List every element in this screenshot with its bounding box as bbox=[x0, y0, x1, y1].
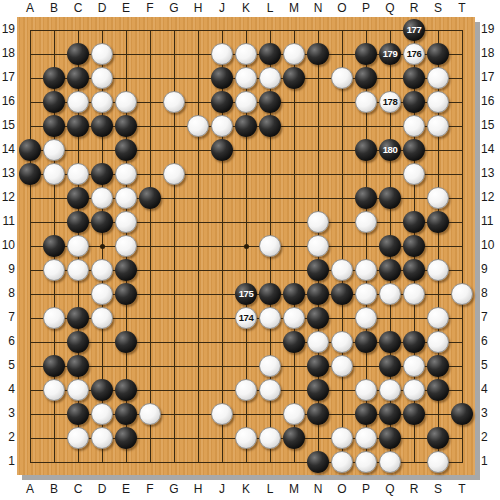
black-stone-P6 bbox=[355, 331, 377, 353]
black-stone-M17 bbox=[283, 67, 305, 89]
black-stone-Q12 bbox=[379, 187, 401, 209]
black-stone-T3 bbox=[451, 403, 473, 425]
black-stone-B15 bbox=[43, 115, 65, 137]
white-stone-K4 bbox=[235, 379, 257, 401]
white-stone-D18 bbox=[91, 43, 113, 65]
coord-label-col-O: O bbox=[330, 482, 354, 497]
white-stone-P1 bbox=[355, 451, 377, 473]
white-stone-P7 bbox=[355, 307, 377, 329]
black-stone-J14 bbox=[211, 139, 233, 161]
white-stone-E12 bbox=[115, 187, 137, 209]
white-stone-P8 bbox=[355, 283, 377, 305]
coord-label-col-L: L bbox=[258, 482, 282, 497]
coord-label-row-10-left: 10 bbox=[0, 238, 15, 253]
white-stone-K18 bbox=[235, 43, 257, 65]
black-stone-J16 bbox=[211, 91, 233, 113]
coord-label-col-A: A bbox=[18, 1, 42, 16]
coord-label-row-5-left: 5 bbox=[0, 358, 15, 373]
white-stone-B13 bbox=[43, 163, 65, 185]
coord-label-row-7-right: 7 bbox=[481, 310, 500, 325]
white-stone-P11 bbox=[355, 211, 377, 233]
go-board[interactable]: 177179176178180175174 bbox=[17, 17, 475, 475]
white-stone-S15 bbox=[427, 115, 449, 137]
white-stone-O9 bbox=[331, 259, 353, 281]
white-stone-K2 bbox=[235, 427, 257, 449]
white-stone-N10 bbox=[307, 235, 329, 257]
white-stone-L17 bbox=[259, 67, 281, 89]
coord-label-col-K: K bbox=[234, 482, 258, 497]
white-stone-J18 bbox=[211, 43, 233, 65]
black-stone-N18 bbox=[307, 43, 329, 65]
black-stone-C5 bbox=[67, 355, 89, 377]
black-stone-C11 bbox=[67, 211, 89, 233]
white-stone-M7 bbox=[283, 307, 305, 329]
coord-label-col-R: R bbox=[402, 482, 426, 497]
coord-label-row-9-left: 9 bbox=[0, 262, 15, 277]
black-stone-N9 bbox=[307, 259, 329, 281]
white-stone-C2 bbox=[67, 427, 89, 449]
white-stone-E16 bbox=[115, 91, 137, 113]
black-stone-R19: 177 bbox=[403, 19, 425, 41]
coord-label-row-3-right: 3 bbox=[481, 406, 500, 421]
white-stone-K16 bbox=[235, 91, 257, 113]
coord-label-row-11-right: 11 bbox=[481, 214, 500, 229]
coord-label-row-5-right: 5 bbox=[481, 358, 500, 373]
white-stone-D8 bbox=[91, 283, 113, 305]
white-stone-P16 bbox=[355, 91, 377, 113]
coord-label-row-4-right: 4 bbox=[481, 382, 500, 397]
white-stone-R5 bbox=[403, 355, 425, 377]
white-stone-L2 bbox=[259, 427, 281, 449]
black-stone-P12 bbox=[355, 187, 377, 209]
white-stone-D12 bbox=[91, 187, 113, 209]
coord-label-col-C: C bbox=[66, 1, 90, 16]
white-stone-Q1 bbox=[379, 451, 401, 473]
white-stone-B7 bbox=[43, 307, 65, 329]
black-stone-N4 bbox=[307, 379, 329, 401]
white-stone-R8 bbox=[403, 283, 425, 305]
white-stone-S16 bbox=[427, 91, 449, 113]
white-stone-S1 bbox=[427, 451, 449, 473]
white-stone-C10 bbox=[67, 235, 89, 257]
white-stone-D16 bbox=[91, 91, 113, 113]
white-stone-S7 bbox=[427, 307, 449, 329]
black-stone-J17 bbox=[211, 67, 233, 89]
coord-label-col-M: M bbox=[282, 1, 306, 16]
black-stone-R3 bbox=[403, 403, 425, 425]
coord-label-row-6-right: 6 bbox=[481, 334, 500, 349]
black-stone-S2 bbox=[427, 427, 449, 449]
white-stone-M18 bbox=[283, 43, 305, 65]
black-stone-E2 bbox=[115, 427, 137, 449]
coord-label-col-C: C bbox=[66, 482, 90, 497]
black-stone-N3 bbox=[307, 403, 329, 425]
white-stone-O17 bbox=[331, 67, 353, 89]
white-stone-D3 bbox=[91, 403, 113, 425]
hoshi-point bbox=[100, 244, 105, 249]
coord-label-row-14-right: 14 bbox=[481, 142, 500, 157]
white-stone-L10 bbox=[259, 235, 281, 257]
white-stone-C16 bbox=[67, 91, 89, 113]
coord-label-row-17-left: 17 bbox=[0, 70, 15, 85]
black-stone-A13 bbox=[19, 163, 41, 185]
white-stone-R15 bbox=[403, 115, 425, 137]
black-stone-D11 bbox=[91, 211, 113, 233]
white-stone-B4 bbox=[43, 379, 65, 401]
black-stone-O8 bbox=[331, 283, 353, 305]
black-stone-C3 bbox=[67, 403, 89, 425]
white-stone-L7 bbox=[259, 307, 281, 329]
black-stone-Q18: 179 bbox=[379, 43, 401, 65]
black-stone-B10 bbox=[43, 235, 65, 257]
white-stone-L4 bbox=[259, 379, 281, 401]
coord-label-row-1-left: 1 bbox=[0, 454, 15, 469]
coord-label-col-A: A bbox=[18, 482, 42, 497]
coord-label-row-18-left: 18 bbox=[0, 46, 15, 61]
black-stone-Q2 bbox=[379, 427, 401, 449]
black-stone-S11 bbox=[427, 211, 449, 233]
black-stone-R14 bbox=[403, 139, 425, 161]
coord-label-col-P: P bbox=[354, 482, 378, 497]
white-stone-K7: 174 bbox=[235, 307, 257, 329]
coord-label-col-O: O bbox=[330, 1, 354, 16]
white-stone-Q8 bbox=[379, 283, 401, 305]
white-stone-E11 bbox=[115, 211, 137, 233]
coord-label-col-L: L bbox=[258, 1, 282, 16]
black-stone-S4 bbox=[427, 379, 449, 401]
black-stone-M2 bbox=[283, 427, 305, 449]
grid-line-vertical bbox=[462, 30, 463, 463]
coord-label-row-1-right: 1 bbox=[481, 454, 500, 469]
coord-label-col-B: B bbox=[42, 1, 66, 16]
coord-label-col-G: G bbox=[162, 482, 186, 497]
white-stone-T8 bbox=[451, 283, 473, 305]
black-stone-B5 bbox=[43, 355, 65, 377]
white-stone-K17 bbox=[235, 67, 257, 89]
white-stone-G13 bbox=[163, 163, 185, 185]
black-stone-L8 bbox=[259, 283, 281, 305]
black-stone-P14 bbox=[355, 139, 377, 161]
black-stone-Q3 bbox=[379, 403, 401, 425]
white-stone-R13 bbox=[403, 163, 425, 185]
black-stone-E4 bbox=[115, 379, 137, 401]
coord-label-col-D: D bbox=[90, 1, 114, 16]
move-number-label: 175 bbox=[239, 289, 253, 299]
black-stone-B16 bbox=[43, 91, 65, 113]
white-stone-B9 bbox=[43, 259, 65, 281]
grid-line-vertical bbox=[294, 30, 295, 463]
coord-label-col-R: R bbox=[402, 1, 426, 16]
coord-label-col-Q: Q bbox=[378, 482, 402, 497]
white-stone-C9 bbox=[67, 259, 89, 281]
coord-label-row-19-left: 19 bbox=[0, 22, 15, 37]
black-stone-E9 bbox=[115, 259, 137, 281]
black-stone-R6 bbox=[403, 331, 425, 353]
black-stone-Q6 bbox=[379, 331, 401, 353]
black-stone-N8 bbox=[307, 283, 329, 305]
coord-label-row-12-left: 12 bbox=[0, 190, 15, 205]
white-stone-J15 bbox=[211, 115, 233, 137]
coord-label-col-J: J bbox=[210, 1, 234, 16]
black-stone-E14 bbox=[115, 139, 137, 161]
black-stone-C15 bbox=[67, 115, 89, 137]
white-stone-S12 bbox=[427, 187, 449, 209]
black-stone-B17 bbox=[43, 67, 65, 89]
black-stone-E8 bbox=[115, 283, 137, 305]
white-stone-O6 bbox=[331, 331, 353, 353]
black-stone-P18 bbox=[355, 43, 377, 65]
coord-label-col-T: T bbox=[450, 1, 474, 16]
coord-label-row-17-right: 17 bbox=[481, 70, 500, 85]
coord-label-row-7-left: 7 bbox=[0, 310, 15, 325]
move-number-label: 174 bbox=[239, 313, 253, 323]
coord-label-row-14-left: 14 bbox=[0, 142, 15, 157]
move-number-label: 176 bbox=[407, 49, 421, 59]
white-stone-Q4 bbox=[379, 379, 401, 401]
move-number-label: 179 bbox=[383, 49, 397, 59]
black-stone-M6 bbox=[283, 331, 305, 353]
coord-label-col-G: G bbox=[162, 1, 186, 16]
coord-label-col-F: F bbox=[138, 482, 162, 497]
coord-label-row-8-right: 8 bbox=[481, 286, 500, 301]
black-stone-Q9 bbox=[379, 259, 401, 281]
coord-label-row-2-right: 2 bbox=[481, 430, 500, 445]
white-stone-P2 bbox=[355, 427, 377, 449]
coord-label-col-S: S bbox=[426, 1, 450, 16]
coord-label-row-6-left: 6 bbox=[0, 334, 15, 349]
white-stone-F3 bbox=[139, 403, 161, 425]
black-stone-C17 bbox=[67, 67, 89, 89]
white-stone-D2 bbox=[91, 427, 113, 449]
white-stone-M3 bbox=[283, 403, 305, 425]
coord-label-col-J: J bbox=[210, 482, 234, 497]
black-stone-E6 bbox=[115, 331, 137, 353]
white-stone-J3 bbox=[211, 403, 233, 425]
black-stone-E15 bbox=[115, 115, 137, 137]
black-stone-P17 bbox=[355, 67, 377, 89]
coord-label-col-S: S bbox=[426, 482, 450, 497]
white-stone-D9 bbox=[91, 259, 113, 281]
black-stone-R17 bbox=[403, 67, 425, 89]
black-stone-A14 bbox=[19, 139, 41, 161]
black-stone-L15 bbox=[259, 115, 281, 137]
black-stone-N7 bbox=[307, 307, 329, 329]
black-stone-C18 bbox=[67, 43, 89, 65]
go-game-screenshot: 177179176178180175174 ABCDEFGHJKLMNOPQRS… bbox=[0, 0, 500, 500]
white-stone-N6 bbox=[307, 331, 329, 353]
black-stone-Q5 bbox=[379, 355, 401, 377]
black-stone-C7 bbox=[67, 307, 89, 329]
black-stone-S5 bbox=[427, 355, 449, 377]
black-stone-K15 bbox=[235, 115, 257, 137]
coord-label-col-T: T bbox=[450, 482, 474, 497]
grid-line-vertical bbox=[342, 30, 343, 463]
coord-label-col-H: H bbox=[186, 482, 210, 497]
white-stone-O1 bbox=[331, 451, 353, 473]
white-stone-S9 bbox=[427, 259, 449, 281]
coord-label-row-13-left: 13 bbox=[0, 166, 15, 181]
coord-label-row-13-right: 13 bbox=[481, 166, 500, 181]
black-stone-E3 bbox=[115, 403, 137, 425]
white-stone-S17 bbox=[427, 67, 449, 89]
coord-label-col-Q: Q bbox=[378, 1, 402, 16]
coord-label-row-10-right: 10 bbox=[481, 238, 500, 253]
black-stone-R9 bbox=[403, 259, 425, 281]
coord-label-col-H: H bbox=[186, 1, 210, 16]
black-stone-R16 bbox=[403, 91, 425, 113]
coord-label-row-12-right: 12 bbox=[481, 190, 500, 205]
white-stone-B14 bbox=[43, 139, 65, 161]
black-stone-K8: 175 bbox=[235, 283, 257, 305]
white-stone-N11 bbox=[307, 211, 329, 233]
white-stone-D17 bbox=[91, 67, 113, 89]
white-stone-E10 bbox=[115, 235, 137, 257]
coord-label-row-18-right: 18 bbox=[481, 46, 500, 61]
move-number-label: 178 bbox=[383, 97, 397, 107]
black-stone-M8 bbox=[283, 283, 305, 305]
black-stone-D13 bbox=[91, 163, 113, 185]
white-stone-E13 bbox=[115, 163, 137, 185]
black-stone-P3 bbox=[355, 403, 377, 425]
black-stone-R11 bbox=[403, 211, 425, 233]
coord-label-row-4-left: 4 bbox=[0, 382, 15, 397]
white-stone-D7 bbox=[91, 307, 113, 329]
white-stone-S6 bbox=[427, 331, 449, 353]
coord-label-row-9-right: 9 bbox=[481, 262, 500, 277]
black-stone-L16 bbox=[259, 91, 281, 113]
white-stone-O2 bbox=[331, 427, 353, 449]
white-stone-P9 bbox=[355, 259, 377, 281]
coord-label-row-2-left: 2 bbox=[0, 430, 15, 445]
black-stone-D4 bbox=[91, 379, 113, 401]
white-stone-C13 bbox=[67, 163, 89, 185]
white-stone-P4 bbox=[355, 379, 377, 401]
black-stone-C6 bbox=[67, 331, 89, 353]
hoshi-point bbox=[244, 244, 249, 249]
white-stone-O5 bbox=[331, 355, 353, 377]
black-stone-N1 bbox=[307, 451, 329, 473]
black-stone-Q14: 180 bbox=[379, 139, 401, 161]
white-stone-R4 bbox=[403, 379, 425, 401]
coord-label-row-15-right: 15 bbox=[481, 118, 500, 133]
black-stone-Q10 bbox=[379, 235, 401, 257]
coord-label-col-N: N bbox=[306, 1, 330, 16]
coord-label-row-11-left: 11 bbox=[0, 214, 15, 229]
black-stone-R10 bbox=[403, 235, 425, 257]
black-stone-S18 bbox=[427, 43, 449, 65]
coord-label-col-N: N bbox=[306, 482, 330, 497]
coord-label-row-8-left: 8 bbox=[0, 286, 15, 301]
black-stone-L18 bbox=[259, 43, 281, 65]
white-stone-H15 bbox=[187, 115, 209, 137]
black-stone-N5 bbox=[307, 355, 329, 377]
coord-label-col-K: K bbox=[234, 1, 258, 16]
black-stone-D15 bbox=[91, 115, 113, 137]
black-stone-C12 bbox=[67, 187, 89, 209]
move-number-label: 177 bbox=[407, 25, 421, 35]
white-stone-C4 bbox=[67, 379, 89, 401]
coord-label-row-16-right: 16 bbox=[481, 94, 500, 109]
coord-label-row-3-left: 3 bbox=[0, 406, 15, 421]
coord-label-col-E: E bbox=[114, 1, 138, 16]
coord-label-col-B: B bbox=[42, 482, 66, 497]
black-stone-F12 bbox=[139, 187, 161, 209]
coord-label-col-E: E bbox=[114, 482, 138, 497]
white-stone-R18: 176 bbox=[403, 43, 425, 65]
coord-label-col-M: M bbox=[282, 482, 306, 497]
white-stone-Q16: 178 bbox=[379, 91, 401, 113]
white-stone-L5 bbox=[259, 355, 281, 377]
coord-label-col-D: D bbox=[90, 482, 114, 497]
move-number-label: 180 bbox=[383, 145, 397, 155]
white-stone-G16 bbox=[163, 91, 185, 113]
coord-label-row-19-right: 19 bbox=[481, 22, 500, 37]
coord-label-row-15-left: 15 bbox=[0, 118, 15, 133]
coord-label-row-16-left: 16 bbox=[0, 94, 15, 109]
coord-label-col-F: F bbox=[138, 1, 162, 16]
coord-label-col-P: P bbox=[354, 1, 378, 16]
